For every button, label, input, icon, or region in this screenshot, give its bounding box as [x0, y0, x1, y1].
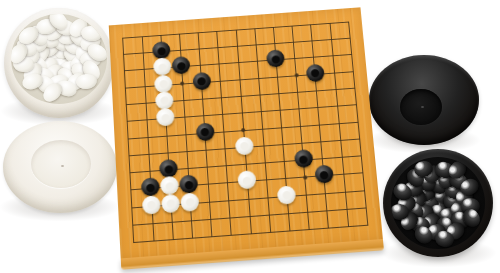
- lid-center-dot: [61, 165, 64, 167]
- grid-line-vertical: [122, 37, 134, 243]
- board-grid[interactable]: ●●●●●●●●●●●●●●●●●●●●●●: [109, 7, 383, 258]
- stone-white-c3r3[interactable]: ●: [153, 58, 172, 77]
- white-lid-inner-circle: [31, 140, 91, 188]
- lid-center-dot: [421, 106, 424, 108]
- stone-black-c10r9[interactable]: ●: [294, 149, 314, 168]
- star-point: [294, 73, 298, 77]
- white-bowl-lid: [3, 121, 117, 213]
- stone-white-c3r10[interactable]: ●: [160, 176, 179, 195]
- stone-white-c3r11[interactable]: ●: [161, 193, 180, 213]
- stone-black-c4r3[interactable]: ●: [172, 56, 191, 75]
- stone-black-c3r9[interactable]: ●: [159, 159, 178, 178]
- star-point: [241, 128, 245, 132]
- stone-white-c4r11[interactable]: ●: [181, 192, 200, 211]
- stone-white-c3r4[interactable]: ●: [154, 74, 173, 93]
- grid-line-vertical: [310, 24, 329, 229]
- black-bowl-lid: [369, 55, 479, 145]
- go-board[interactable]: ●●●●●●●●●●●●●●●●●●●●●●: [109, 7, 384, 269]
- stone-black-c4r10[interactable]: ●: [179, 175, 198, 194]
- stone-black-c3r2[interactable]: ●: [152, 41, 171, 59]
- black-stone-bowl: [383, 149, 493, 257]
- stone-white-c3r6[interactable]: ●: [156, 108, 175, 127]
- stone-black-c5r4[interactable]: ●: [192, 71, 211, 90]
- stone-black-c11r4[interactable]: ●: [305, 63, 324, 82]
- grid-line-vertical: [216, 31, 232, 237]
- grid-line-vertical: [329, 23, 349, 228]
- stone-white-c3r5[interactable]: ●: [155, 91, 174, 110]
- white-bowl-stones: [11, 14, 107, 104]
- star-point: [180, 82, 184, 86]
- stone-black-c11r10[interactable]: ●: [314, 165, 334, 184]
- black-lid-inner-circle: [400, 89, 442, 125]
- stone-white-c2r11[interactable]: ●: [142, 195, 161, 215]
- star-point: [303, 175, 307, 179]
- grid-line-vertical: [348, 21, 368, 226]
- stone-black-c5r7[interactable]: ●: [195, 122, 214, 141]
- stone-black-c2r10[interactable]: ●: [141, 178, 160, 197]
- stone-white-c9r11[interactable]: ●: [277, 185, 297, 204]
- stone-black-c9r3[interactable]: ●: [266, 49, 285, 68]
- black-bowl-stones: [391, 157, 485, 249]
- white-stone-bowl: [4, 8, 114, 118]
- stone-white-c7r10[interactable]: ●: [237, 171, 256, 190]
- go-equipment-scene: ●●●●●●●●●●●●●●●●●●●●●●: [0, 0, 500, 273]
- stone-white-c7r8[interactable]: ●: [235, 136, 254, 155]
